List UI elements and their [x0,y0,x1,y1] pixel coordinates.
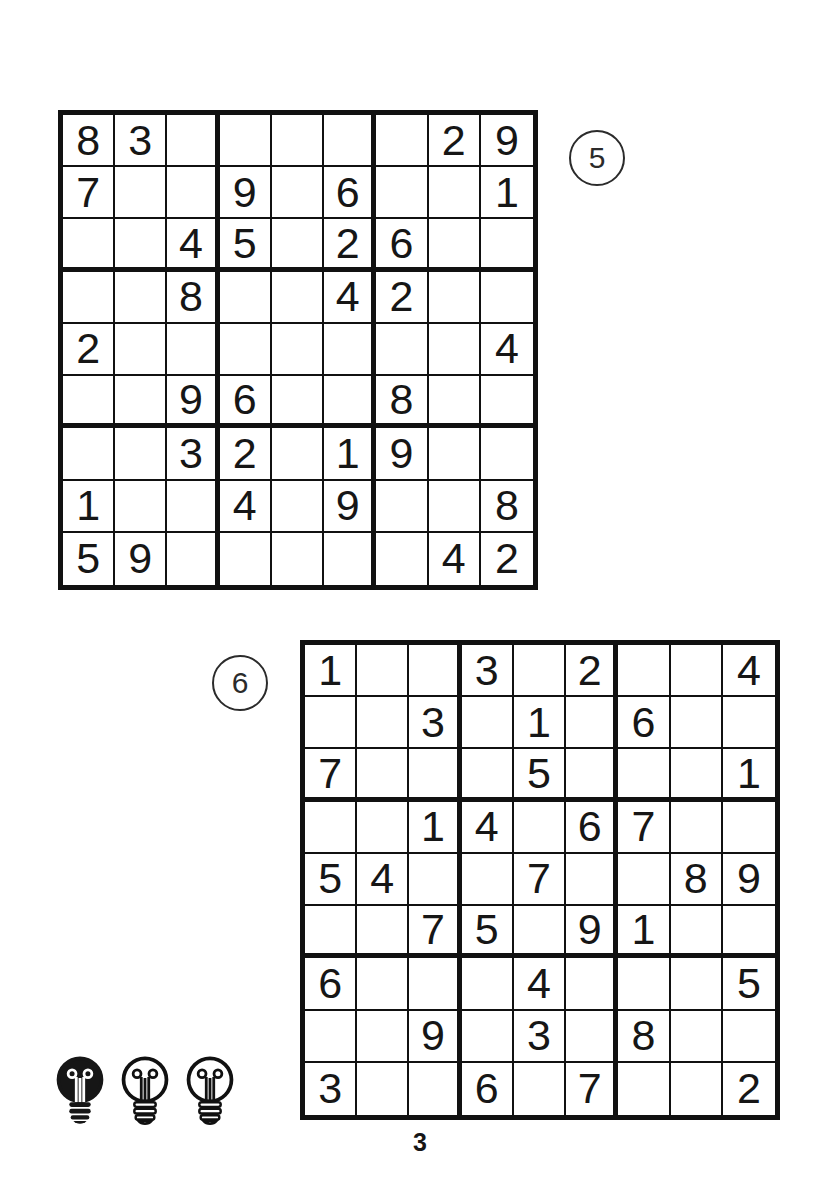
cell-r4c3: 1 [409,802,461,854]
cell-r9c6: 7 [566,1063,618,1115]
page-number: 3 [0,1128,840,1157]
puzzle-book-page: 83297961452684224968321914985942 5 6 132… [0,0,840,1190]
cell-r3c6: 2 [324,219,376,271]
cell-r4c7: 2 [376,272,428,324]
cell-r4c9 [723,802,775,854]
cell-r1c2: 3 [115,115,167,167]
cell-r3c9 [481,219,533,271]
cell-r3c7 [618,749,670,801]
cell-r2c3 [167,167,219,219]
cell-r7c2 [115,428,167,480]
cell-r1c1: 1 [305,645,357,697]
cell-r6c4: 5 [462,906,514,958]
cell-r5c2 [115,324,167,376]
cell-r4c4 [220,272,272,324]
cell-r9c9: 2 [723,1063,775,1115]
cell-r6c8 [671,906,723,958]
cell-r9c1: 3 [305,1063,357,1115]
cell-r5c4 [462,854,514,906]
cell-r8c5: 3 [514,1011,566,1063]
cell-r8c9 [723,1011,775,1063]
cell-r3c2 [115,219,167,271]
cell-r7c1: 6 [305,958,357,1010]
cell-r9c3 [409,1063,461,1115]
cell-r6c8 [429,376,481,428]
cell-r9c5 [514,1063,566,1115]
cell-r8c4 [462,1011,514,1063]
cell-r3c8 [671,749,723,801]
cell-r5c5 [272,324,324,376]
cell-r1c5 [272,115,324,167]
cell-r8c1 [305,1011,357,1063]
cell-r7c5 [272,428,324,480]
cell-r6c4: 6 [220,376,272,428]
cell-r9c8: 4 [429,533,481,585]
cell-r4c8 [671,802,723,854]
cell-r3c4: 5 [220,219,272,271]
cell-r2c8 [671,697,723,749]
cell-r6c2 [357,906,409,958]
cell-r3c5 [272,219,324,271]
cell-r1c4: 3 [462,645,514,697]
cell-r2c6 [566,697,618,749]
cell-r2c2 [357,697,409,749]
cell-r7c4 [462,958,514,1010]
cell-r2c3: 3 [409,697,461,749]
cell-r3c2 [357,749,409,801]
cell-r5c7 [618,854,670,906]
cell-r7c8 [429,428,481,480]
cell-r4c6: 6 [566,802,618,854]
cell-r1c3 [409,645,461,697]
cell-r6c6 [324,376,376,428]
cell-r5c6 [324,324,376,376]
cell-r9c8 [671,1063,723,1115]
cell-r6c1 [63,376,115,428]
cell-r3c8 [429,219,481,271]
cell-r3c6 [566,749,618,801]
cell-r5c4 [220,324,272,376]
cell-r3c1: 7 [305,749,357,801]
cell-r9c7 [618,1063,670,1115]
cell-r9c2 [357,1063,409,1115]
cell-r6c1 [305,906,357,958]
cell-r9c7 [376,533,428,585]
cell-r4c7: 7 [618,802,670,854]
sudoku-grid-puzzle-5: 83297961452684224968321914985942 [58,110,538,590]
puzzle-5-number-badge: 5 [569,130,625,186]
cell-r7c2 [357,958,409,1010]
cell-r2c1 [305,697,357,749]
lightbulb-outline-icon [182,1051,238,1133]
cell-r4c5 [272,272,324,324]
cell-r6c5 [514,906,566,958]
cell-r9c2: 9 [115,533,167,585]
cell-r5c3 [167,324,219,376]
cell-r7c6: 1 [324,428,376,480]
cell-r5c3 [409,854,461,906]
cell-r2c8 [429,167,481,219]
cell-r7c8 [671,958,723,1010]
cell-r4c3: 8 [167,272,219,324]
cell-r2c5 [272,167,324,219]
cell-r7c9 [481,428,533,480]
cell-r5c9: 9 [723,854,775,906]
cell-r8c6: 9 [324,481,376,533]
cell-r4c1 [305,802,357,854]
cell-r3c1 [63,219,115,271]
cell-r1c5 [514,645,566,697]
lightbulb-outline-icon [117,1051,173,1133]
cell-r1c8: 2 [429,115,481,167]
cell-r8c8 [671,1011,723,1063]
cell-r6c2 [115,376,167,428]
cell-r1c2 [357,645,409,697]
cell-r2c4: 9 [220,167,272,219]
cell-r9c5 [272,533,324,585]
cell-r5c1: 5 [305,854,357,906]
puzzle-6-number-badge: 6 [212,655,268,711]
cell-r1c6: 2 [566,645,618,697]
cell-r3c3: 4 [167,219,219,271]
cell-r5c5: 7 [514,854,566,906]
cell-r7c3 [409,958,461,1010]
cell-r2c2 [115,167,167,219]
cell-r1c7 [376,115,428,167]
cell-r4c5 [514,802,566,854]
cell-r6c5 [272,376,324,428]
cell-r5c9: 4 [481,324,533,376]
cell-r8c7: 8 [618,1011,670,1063]
lightbulb-filled-icon [52,1051,108,1133]
cell-r9c3 [167,533,219,585]
cell-r8c3: 9 [409,1011,461,1063]
cell-r2c7: 6 [618,697,670,749]
cell-r1c8 [671,645,723,697]
cell-r8c4: 4 [220,481,272,533]
cell-r3c3 [409,749,461,801]
cell-r3c4 [462,749,514,801]
cell-r7c5: 4 [514,958,566,1010]
cell-r9c4: 6 [462,1063,514,1115]
cell-r9c1: 5 [63,533,115,585]
cell-r9c4 [220,533,272,585]
cell-r5c8 [429,324,481,376]
cell-r6c9 [481,376,533,428]
cell-r7c7: 9 [376,428,428,480]
cell-r6c3: 9 [167,376,219,428]
cell-r1c3 [167,115,219,167]
cell-r7c7 [618,958,670,1010]
cell-r8c8 [429,481,481,533]
cell-r4c6: 4 [324,272,376,324]
cell-r7c9: 5 [723,958,775,1010]
cell-r8c5 [272,481,324,533]
cell-r5c7 [376,324,428,376]
cell-r2c4 [462,697,514,749]
cell-r1c4 [220,115,272,167]
cell-r5c6 [566,854,618,906]
cell-r6c7: 8 [376,376,428,428]
cell-r9c6 [324,533,376,585]
cell-r6c3: 7 [409,906,461,958]
cell-r1c1: 8 [63,115,115,167]
cell-r8c2 [357,1011,409,1063]
cell-r8c2 [115,481,167,533]
cell-r4c2 [357,802,409,854]
cell-r1c7 [618,645,670,697]
cell-r8c9: 8 [481,481,533,533]
cell-r8c1: 1 [63,481,115,533]
cell-r6c9 [723,906,775,958]
cell-r5c2: 4 [357,854,409,906]
cell-r2c6: 6 [324,167,376,219]
cell-r2c1: 7 [63,167,115,219]
cell-r5c1: 2 [63,324,115,376]
cell-r3c5: 5 [514,749,566,801]
cell-r6c7: 1 [618,906,670,958]
cell-r2c9: 1 [481,167,533,219]
cell-r9c9: 2 [481,533,533,585]
cell-r1c9: 4 [723,645,775,697]
sudoku-grid-puzzle-6: 132431675114675478975916459383672 [300,640,780,1120]
cell-r6c6: 9 [566,906,618,958]
cell-r8c7 [376,481,428,533]
difficulty-rating [52,1051,238,1133]
cell-r7c3: 3 [167,428,219,480]
cell-r3c9: 1 [723,749,775,801]
cell-r3c7: 6 [376,219,428,271]
cell-r4c1 [63,272,115,324]
cell-r7c4: 2 [220,428,272,480]
cell-r1c6 [324,115,376,167]
cell-r4c9 [481,272,533,324]
cell-r4c2 [115,272,167,324]
cell-r8c6 [566,1011,618,1063]
cell-r2c5: 1 [514,697,566,749]
cell-r7c6 [566,958,618,1010]
cell-r4c8 [429,272,481,324]
cell-r5c8: 8 [671,854,723,906]
cell-r2c7 [376,167,428,219]
cell-r1c9: 9 [481,115,533,167]
cell-r2c9 [723,697,775,749]
cell-r7c1 [63,428,115,480]
cell-r4c4: 4 [462,802,514,854]
cell-r8c3 [167,481,219,533]
